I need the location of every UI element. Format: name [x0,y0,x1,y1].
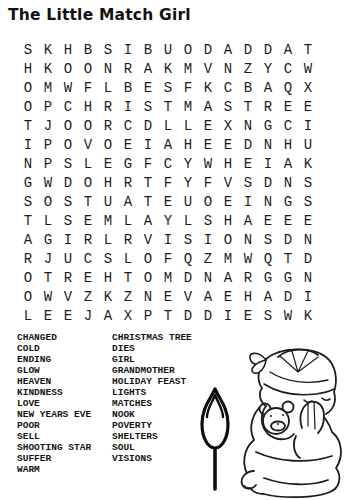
grid-cell: S [178,230,198,249]
grid-cell: Q [258,249,278,268]
grid-cell: N [198,268,218,287]
grid-cell: B [138,40,158,59]
grid-cell: D [278,230,298,249]
grid-cell: O [178,40,198,59]
grid-cell: L [178,211,198,230]
grid-cell: X [298,78,318,97]
grid-cell: R [118,59,138,78]
grid-cell: A [218,40,238,59]
grid-cell: A [198,287,218,306]
grid-cell: W [238,249,258,268]
grid-cell: O [78,173,98,192]
grid-cell: O [138,249,158,268]
grid-cell: Q [278,78,298,97]
grid-cell: O [18,287,38,306]
grid-cell: G [38,230,58,249]
grid-cell: K [298,306,318,325]
grid-cell: L [18,306,38,325]
grid-cell: V [58,287,78,306]
grid-cell: S [58,192,78,211]
grid-cell: K [38,40,58,59]
grid-cell: H [18,59,38,78]
grid-cell: W [38,287,58,306]
grid-cell: E [138,78,158,97]
grid-cell: C [158,154,178,173]
grid-cell: Y [178,173,198,192]
grid-cell: N [218,59,238,78]
grid-cell: D [298,249,318,268]
grid-cell: S [98,40,118,59]
word-list-item: COLD [17,343,91,354]
grid-cell: I [118,40,138,59]
grid-cell: T [138,173,158,192]
grid-cell: T [118,268,138,287]
grid-cell: J [78,306,98,325]
grid-cell: O [18,268,38,287]
grid-cell: L [118,211,138,230]
grid-cell: M [98,211,118,230]
grid-cell: A [238,211,258,230]
grid-cell: U [298,135,318,154]
grid-cell: N [18,154,38,173]
grid-cell: D [138,116,158,135]
grid-cell: A [258,287,278,306]
grid-cell: E [278,97,298,116]
grid-cell: P [38,135,58,154]
grid-cell: D [178,268,198,287]
word-list-item: MATCHES [112,398,192,409]
grid-cell: F [158,249,178,268]
grid-cell: H [78,97,98,116]
grid-cell: Z [118,287,138,306]
grid-cell: R [98,116,118,135]
grid-cell: T [18,211,38,230]
grid-cell: S [198,211,218,230]
grid-cell: N [298,268,318,287]
grid-cell: O [58,116,78,135]
grid-cell: X [218,116,238,135]
grid-cell: I [58,230,78,249]
grid-cell: O [98,135,118,154]
grid-cell: I [218,306,238,325]
grid-cell: N [298,230,318,249]
grid-cell: E [298,97,318,116]
grid-cell: I [298,287,318,306]
grid-cell: G [118,154,138,173]
grid-cell: O [58,59,78,78]
grid-cell: E [218,192,238,211]
grid-cell: A [138,59,158,78]
grid-cell: K [198,78,218,97]
word-list-item: HOLIDAY FEAST [112,376,192,387]
grid-cell: R [238,268,258,287]
word-list-item: POVERTY [112,420,192,431]
grid-cell: G [278,268,298,287]
grid-cell: D [238,40,258,59]
grid-cell: B [118,78,138,97]
grid-cell: O [18,78,38,97]
grid-cell: A [218,268,238,287]
grid-cell: E [238,154,258,173]
grid-cell: G [258,116,278,135]
grid-cell: M [218,249,238,268]
grid-cell: H [98,173,118,192]
grid-cell: K [158,59,178,78]
grid-cell: S [258,230,278,249]
grid-cell: E [198,116,218,135]
grid-cell: I [138,135,158,154]
grid-cell: N [238,116,258,135]
grid-cell: O [198,192,218,211]
grid-cell: E [38,306,58,325]
grid-cell: T [138,192,158,211]
match-flame-icon [196,386,234,492]
grid-cell: H [238,287,258,306]
grid-cell: A [118,192,138,211]
grid-cell: D [178,306,198,325]
word-list-item: LIGHTS [112,387,192,398]
grid-cell: H [178,135,198,154]
grid-cell: H [218,154,238,173]
word-list-item: HEAVEN [17,376,91,387]
grid-cell: L [78,154,98,173]
grid-cell: D [278,287,298,306]
grid-cell: R [18,249,38,268]
grid-cell: I [198,230,218,249]
grid-cell: O [218,230,238,249]
grid-cell: M [38,78,58,97]
grid-cell: E [298,211,318,230]
grid-cell: D [238,135,258,154]
grid-cell: V [78,135,98,154]
word-list-item: CHANGED [17,332,91,343]
grid-cell: U [178,192,198,211]
grid-cell: H [278,135,298,154]
grid-cell: Z [238,59,258,78]
grid-cell: E [198,135,218,154]
word-list-item: GIRL [112,354,192,365]
grid-cell: I [258,154,278,173]
grid-cell: G [278,192,298,211]
grid-cell: S [18,192,38,211]
grid-cell: C [78,249,98,268]
word-list-right: CHRISTMAS TREEDIESGIRLGRANDMOTHERHOLIDAY… [112,332,192,464]
grid-cell: J [38,116,58,135]
word-search-grid: SKHBSIBUODADDATHKOONRAKMVNZYCWOMWFLBESFK… [18,40,318,325]
praying-girl-illustration [238,344,353,500]
grid-cell: N [98,59,118,78]
grid-cell: L [158,116,178,135]
grid-cell: R [98,97,118,116]
grid-cell: A [258,78,278,97]
grid-cell: S [58,211,78,230]
grid-cell: U [98,192,118,211]
grid-cell: O [138,268,158,287]
grid-cell: N [278,173,298,192]
grid-cell: I [18,135,38,154]
grid-cell: T [238,97,258,116]
grid-cell: O [58,135,78,154]
grid-cell: Z [198,249,218,268]
grid-cell: E [78,268,98,287]
grid-cell: H [218,211,238,230]
grid-cell: P [138,306,158,325]
grid-cell: T [158,97,178,116]
grid-cell: L [98,78,118,97]
grid-cell: P [38,154,58,173]
grid-cell: M [178,97,198,116]
grid-cell: D [258,173,278,192]
word-list-item: SELL [17,431,91,442]
grid-cell: U [58,249,78,268]
word-list-item: LOVE [17,398,91,409]
grid-cell: W [278,306,298,325]
grid-cell: O [78,116,98,135]
grid-cell: C [58,97,78,116]
grid-cell: E [238,306,258,325]
word-list-item: POOR [17,420,91,431]
grid-cell: R [58,268,78,287]
grid-cell: K [98,287,118,306]
grid-cell: Y [178,154,198,173]
word-list-item: SHOOTING STAR [17,442,91,453]
grid-cell: Y [158,211,178,230]
grid-cell: R [118,173,138,192]
grid-cell: I [158,230,178,249]
grid-cell: S [218,97,238,116]
grid-cell: C [118,116,138,135]
grid-cell: S [238,173,258,192]
puzzle-title: The Little Match Girl [8,6,191,24]
grid-cell: F [198,173,218,192]
grid-cell: N [138,287,158,306]
word-list-item: SOUL [112,442,192,453]
grid-cell: V [138,230,158,249]
grid-cell: A [278,40,298,59]
grid-cell: A [158,135,178,154]
word-list-item: KINDNESS [17,387,91,398]
grid-cell: N [258,192,278,211]
grid-cell: F [158,173,178,192]
grid-cell: A [198,97,218,116]
word-list-item: ENDING [17,354,91,365]
grid-cell: E [98,154,118,173]
grid-cell: K [298,154,318,173]
word-list-item: SUFFER [17,453,91,464]
grid-cell: T [38,268,58,287]
grid-cell: E [258,211,278,230]
grid-cell: S [258,306,278,325]
grid-cell: F [178,78,198,97]
grid-cell: V [178,287,198,306]
grid-cell: N [238,230,258,249]
word-list-left: CHANGEDCOLDENDINGGLOWHEAVENKINDNESSLOVEN… [17,332,91,475]
grid-cell: D [198,306,218,325]
grid-cell: T [18,116,38,135]
grid-cell: R [118,230,138,249]
word-list-item: DIES [112,343,192,354]
grid-cell: E [58,306,78,325]
grid-cell: D [58,173,78,192]
grid-cell: O [78,59,98,78]
word-search-page: The Little Match Girl SKHBSIBUODADDATHKO… [0,0,353,500]
grid-cell: R [258,97,278,116]
grid-cell: E [218,287,238,306]
grid-cell: S [298,173,318,192]
grid-cell: A [98,306,118,325]
grid-cell: T [158,306,178,325]
grid-cell: V [198,59,218,78]
word-list-item: GLOW [17,365,91,376]
grid-cell: M [158,268,178,287]
word-list-item: VISIONS [112,453,192,464]
grid-cell: F [78,78,98,97]
grid-cell: I [298,116,318,135]
word-list-item: NOOK [112,409,192,420]
grid-cell: E [118,135,138,154]
grid-cell: O [18,97,38,116]
grid-cell: F [138,154,158,173]
grid-cell: K [38,59,58,78]
grid-cell: L [38,211,58,230]
grid-cell: E [78,211,98,230]
grid-cell: E [158,192,178,211]
grid-cell: E [278,211,298,230]
word-list-item: CHRISTMAS TREE [112,332,192,343]
grid-cell: W [38,173,58,192]
grid-cell: A [138,211,158,230]
word-list-item: GRANDMOTHER [112,365,192,376]
grid-cell: S [158,78,178,97]
grid-cell: Q [178,249,198,268]
grid-cell: I [118,97,138,116]
word-list-item: NEW YEARS EVE [17,409,91,420]
grid-cell: W [58,78,78,97]
word-list-item: SHELTERS [112,431,192,442]
grid-cell: L [178,116,198,135]
word-list-item: WARM [17,464,91,475]
grid-cell: C [278,116,298,135]
grid-cell: J [38,249,58,268]
grid-cell: M [178,59,198,78]
grid-cell: L [118,249,138,268]
grid-cell: S [138,97,158,116]
grid-cell: H [58,40,78,59]
grid-cell: Y [258,59,278,78]
grid-cell: B [238,78,258,97]
grid-cell: V [218,173,238,192]
grid-cell: E [158,287,178,306]
grid-cell: E [218,135,238,154]
grid-cell: L [98,230,118,249]
grid-cell: T [278,249,298,268]
grid-cell: A [18,230,38,249]
grid-cell: S [58,154,78,173]
grid-cell: A [278,154,298,173]
grid-cell: R [78,230,98,249]
grid-cell: T [78,192,98,211]
grid-cell: W [198,154,218,173]
grid-cell: D [258,40,278,59]
grid-cell: I [238,192,258,211]
grid-cell: O [38,192,58,211]
grid-cell: C [218,78,238,97]
grid-cell: T [298,40,318,59]
grid-cell: D [198,40,218,59]
grid-cell: P [38,97,58,116]
grid-cell: H [98,268,118,287]
grid-cell: G [258,268,278,287]
grid-cell: C [278,59,298,78]
grid-cell: W [298,59,318,78]
grid-cell: N [258,135,278,154]
grid-cell: X [118,306,138,325]
grid-cell: B [78,40,98,59]
grid-cell: Z [78,287,98,306]
grid-cell: S [298,192,318,211]
grid-cell: S [98,249,118,268]
grid-cell: S [18,40,38,59]
grid-cell: U [158,40,178,59]
grid-cell: G [18,173,38,192]
